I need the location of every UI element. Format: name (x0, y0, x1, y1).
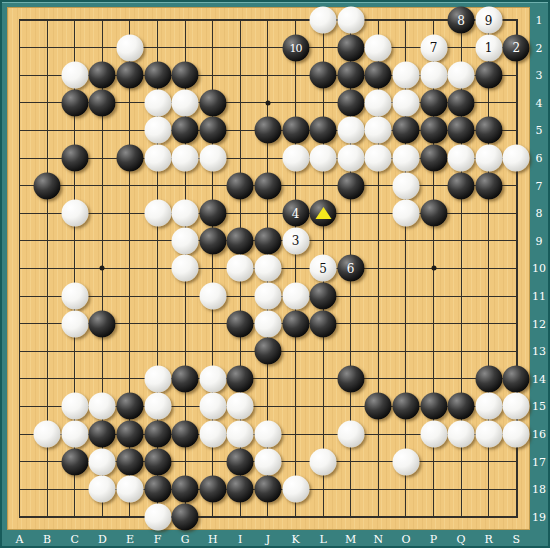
go-stone-L3[interactable] (310, 62, 337, 89)
column-label-F: F (154, 534, 162, 545)
move-number-label: 10 (290, 42, 302, 53)
go-stone-G6[interactable] (172, 145, 199, 172)
go-stone-E15[interactable] (116, 393, 143, 420)
go-stone-J17[interactable] (254, 448, 281, 475)
go-stone-R16[interactable] (475, 421, 502, 448)
go-stone-C8[interactable] (61, 200, 88, 227)
row-label-1: 1 (536, 15, 543, 26)
go-stone-E18[interactable] (116, 476, 143, 503)
go-stone-K11[interactable] (282, 283, 309, 310)
go-stone-D17[interactable] (89, 448, 116, 475)
triangle-marker-icon (315, 207, 331, 219)
go-stone-O4[interactable] (392, 89, 419, 116)
move-number-label: 5 (319, 262, 327, 274)
column-label-C: C (70, 534, 78, 545)
column-label-J: J (266, 534, 270, 545)
go-stone-G8[interactable] (172, 200, 199, 227)
go-stone-I12[interactable] (227, 310, 254, 337)
go-stone-K9[interactable]: 3 (282, 227, 309, 254)
go-stone-G9[interactable] (172, 227, 199, 254)
column-label-P: P (430, 534, 437, 545)
go-stone-C4[interactable] (61, 89, 88, 116)
go-stone-P3[interactable] (420, 62, 447, 89)
go-stone-R1[interactable]: 9 (475, 7, 502, 34)
go-stone-N5[interactable] (365, 117, 392, 144)
row-label-2: 2 (536, 42, 543, 53)
column-label-I: I (238, 534, 242, 545)
go-stone-L1[interactable] (310, 7, 337, 34)
go-stone-L10[interactable]: 5 (310, 255, 337, 282)
go-stone-K5[interactable] (282, 117, 309, 144)
move-number-label: 9 (485, 14, 493, 26)
go-stone-E16[interactable] (116, 421, 143, 448)
go-stone-G14[interactable] (172, 365, 199, 392)
go-stone-I10[interactable] (227, 255, 254, 282)
column-label-R: R (485, 534, 493, 545)
go-stone-F15[interactable] (144, 393, 171, 420)
row-label-14: 14 (532, 373, 546, 384)
go-stone-M1[interactable] (337, 7, 364, 34)
go-stone-E2[interactable] (116, 34, 143, 61)
go-stone-H8[interactable] (199, 200, 226, 227)
go-stone-F6[interactable] (144, 145, 171, 172)
go-stone-L8[interactable] (310, 200, 337, 227)
go-stone-P6[interactable] (420, 145, 447, 172)
go-stone-C15[interactable] (61, 393, 88, 420)
go-stone-H18[interactable] (199, 476, 226, 503)
go-stone-P8[interactable] (420, 200, 447, 227)
go-stone-J9[interactable] (254, 227, 281, 254)
row-label-18: 18 (532, 484, 546, 495)
go-stone-P4[interactable] (420, 89, 447, 116)
go-stone-C11[interactable] (61, 283, 88, 310)
go-stone-I17[interactable] (227, 448, 254, 475)
column-label-L: L (319, 534, 326, 545)
go-stone-Q6[interactable] (448, 145, 475, 172)
go-stone-R5[interactable] (475, 117, 502, 144)
row-label-10: 10 (532, 263, 546, 274)
go-stone-N2[interactable] (365, 34, 392, 61)
go-stone-D3[interactable] (89, 62, 116, 89)
row-label-15: 15 (532, 401, 546, 412)
row-label-11: 11 (532, 291, 546, 302)
go-stone-Q1[interactable]: 8 (448, 7, 475, 34)
go-stone-C16[interactable] (61, 421, 88, 448)
go-stone-R6[interactable] (475, 145, 502, 172)
go-stone-K2[interactable]: 10 (282, 34, 309, 61)
go-stone-L12[interactable] (310, 310, 337, 337)
go-stone-J16[interactable] (254, 421, 281, 448)
go-stone-Q3[interactable] (448, 62, 475, 89)
go-stone-C17[interactable] (61, 448, 88, 475)
go-stone-O17[interactable] (392, 448, 419, 475)
row-label-17: 17 (532, 456, 546, 467)
column-label-M: M (345, 534, 356, 545)
go-stone-P16[interactable] (420, 421, 447, 448)
go-stone-I18[interactable] (227, 476, 254, 503)
go-stone-K18[interactable] (282, 476, 309, 503)
go-stone-J7[interactable] (254, 172, 281, 199)
stone-layer: 89107124356 (0, 0, 550, 548)
go-stone-I7[interactable] (227, 172, 254, 199)
go-stone-Q7[interactable] (448, 172, 475, 199)
go-stone-G19[interactable] (172, 503, 199, 530)
go-stone-J12[interactable] (254, 310, 281, 337)
go-stone-K8[interactable]: 4 (282, 200, 309, 227)
go-stone-S16[interactable] (503, 421, 530, 448)
go-stone-J13[interactable] (254, 338, 281, 365)
go-stone-M4[interactable] (337, 89, 364, 116)
column-label-A: A (16, 534, 24, 545)
go-stone-H11[interactable] (199, 283, 226, 310)
column-label-E: E (126, 534, 134, 545)
row-label-19: 19 (532, 511, 546, 522)
column-label-G: G (181, 534, 190, 545)
row-label-13: 13 (532, 346, 546, 357)
go-stone-C6[interactable] (61, 145, 88, 172)
go-stone-G16[interactable] (172, 421, 199, 448)
go-stone-C12[interactable] (61, 310, 88, 337)
go-stone-L6[interactable] (310, 145, 337, 172)
row-label-5: 5 (536, 125, 543, 136)
go-stone-M5[interactable] (337, 117, 364, 144)
go-stone-O8[interactable] (392, 200, 419, 227)
move-number-label: 2 (512, 42, 520, 54)
go-stone-M3[interactable] (337, 62, 364, 89)
go-stone-P5[interactable] (420, 117, 447, 144)
go-stone-H14[interactable] (199, 365, 226, 392)
row-label-9: 9 (536, 235, 543, 246)
go-stone-Q5[interactable] (448, 117, 475, 144)
go-stone-O7[interactable] (392, 172, 419, 199)
go-stone-K6[interactable] (282, 145, 309, 172)
go-stone-F4[interactable] (144, 89, 171, 116)
go-stone-B7[interactable] (34, 172, 61, 199)
go-stone-S6[interactable] (503, 145, 530, 172)
go-stone-G18[interactable] (172, 476, 199, 503)
move-number-label: 4 (292, 207, 300, 219)
go-stone-R15[interactable] (475, 393, 502, 420)
go-stone-R7[interactable] (475, 172, 502, 199)
row-label-16: 16 (532, 429, 546, 440)
go-stone-O6[interactable] (392, 145, 419, 172)
go-stone-H4[interactable] (199, 89, 226, 116)
go-stone-D18[interactable] (89, 476, 116, 503)
go-stone-G3[interactable] (172, 62, 199, 89)
column-label-K: K (291, 534, 299, 545)
go-stone-F14[interactable] (144, 365, 171, 392)
go-stone-F16[interactable] (144, 421, 171, 448)
go-stone-N3[interactable] (365, 62, 392, 89)
go-stone-E17[interactable] (116, 448, 143, 475)
move-number-label: 6 (347, 262, 355, 274)
go-stone-S2[interactable]: 2 (503, 34, 530, 61)
go-stone-I16[interactable] (227, 421, 254, 448)
row-label-7: 7 (536, 180, 543, 191)
go-stone-M7[interactable] (337, 172, 364, 199)
go-stone-M16[interactable] (337, 421, 364, 448)
move-number-label: 8 (457, 14, 465, 26)
go-stone-S14[interactable] (503, 365, 530, 392)
go-stone-Q15[interactable] (448, 393, 475, 420)
column-label-D: D (98, 534, 107, 545)
go-stone-P15[interactable] (420, 393, 447, 420)
go-stone-R2[interactable]: 1 (475, 34, 502, 61)
go-stone-D12[interactable] (89, 310, 116, 337)
go-stone-S15[interactable] (503, 393, 530, 420)
go-stone-D16[interactable] (89, 421, 116, 448)
go-stone-F8[interactable] (144, 200, 171, 227)
go-stone-Q16[interactable] (448, 421, 475, 448)
go-stone-J18[interactable] (254, 476, 281, 503)
row-label-4: 4 (536, 97, 543, 108)
go-stone-L5[interactable] (310, 117, 337, 144)
move-number-label: 3 (292, 235, 300, 247)
go-stone-F5[interactable] (144, 117, 171, 144)
go-stone-L11[interactable] (310, 283, 337, 310)
go-stone-F17[interactable] (144, 448, 171, 475)
go-stone-M6[interactable] (337, 145, 364, 172)
go-stone-G5[interactable] (172, 117, 199, 144)
row-label-12: 12 (532, 318, 546, 329)
go-stone-O5[interactable] (392, 117, 419, 144)
go-stone-D4[interactable] (89, 89, 116, 116)
go-stone-F19[interactable] (144, 503, 171, 530)
go-stone-M10[interactable]: 6 (337, 255, 364, 282)
go-stone-N4[interactable] (365, 89, 392, 116)
go-stone-E3[interactable] (116, 62, 143, 89)
go-stone-R14[interactable] (475, 365, 502, 392)
go-stone-M14[interactable] (337, 365, 364, 392)
move-number-label: 1 (485, 42, 493, 54)
go-stone-N6[interactable] (365, 145, 392, 172)
go-stone-I14[interactable] (227, 365, 254, 392)
go-stone-H5[interactable] (199, 117, 226, 144)
go-stone-H15[interactable] (199, 393, 226, 420)
go-stone-Q4[interactable] (448, 89, 475, 116)
column-label-O: O (401, 534, 410, 545)
go-stone-R3[interactable] (475, 62, 502, 89)
column-label-H: H (208, 534, 218, 545)
go-stone-J5[interactable] (254, 117, 281, 144)
go-stone-G4[interactable] (172, 89, 199, 116)
go-stone-G10[interactable] (172, 255, 199, 282)
go-stone-I15[interactable] (227, 393, 254, 420)
go-stone-F3[interactable] (144, 62, 171, 89)
column-label-B: B (43, 534, 51, 545)
go-stone-H6[interactable] (199, 145, 226, 172)
column-label-S: S (513, 534, 521, 545)
row-label-8: 8 (536, 208, 543, 219)
go-stone-P2[interactable]: 7 (420, 34, 447, 61)
go-stone-H16[interactable] (199, 421, 226, 448)
column-label-N: N (373, 534, 383, 545)
go-stone-N15[interactable] (365, 393, 392, 420)
go-stone-D15[interactable] (89, 393, 116, 420)
go-stone-O3[interactable] (392, 62, 419, 89)
go-stone-L17[interactable] (310, 448, 337, 475)
go-stone-I9[interactable] (227, 227, 254, 254)
go-stone-E6[interactable] (116, 145, 143, 172)
go-stone-J10[interactable] (254, 255, 281, 282)
move-number-label: 7 (430, 42, 438, 54)
column-label-Q: Q (457, 534, 466, 545)
go-stone-C3[interactable] (61, 62, 88, 89)
go-stone-K12[interactable] (282, 310, 309, 337)
row-label-3: 3 (536, 70, 543, 81)
go-stone-F18[interactable] (144, 476, 171, 503)
go-stone-J11[interactable] (254, 283, 281, 310)
go-stone-O15[interactable] (392, 393, 419, 420)
go-stone-M2[interactable] (337, 34, 364, 61)
go-stone-H9[interactable] (199, 227, 226, 254)
go-stone-B16[interactable] (34, 421, 61, 448)
row-label-6: 6 (536, 153, 543, 164)
